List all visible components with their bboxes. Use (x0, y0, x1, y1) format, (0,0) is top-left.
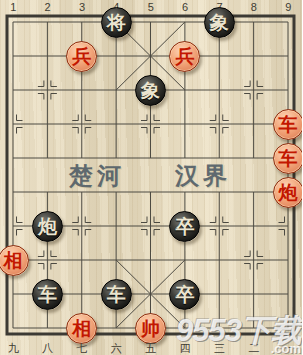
piece-red-elephant[interactable]: 相 (0, 245, 29, 276)
piece-red-elephant[interactable]: 相 (66, 313, 97, 344)
piece-red-chariot[interactable]: 车 (273, 143, 303, 174)
piece-red-soldier[interactable]: 兵 (169, 41, 200, 72)
piece-black-chariot[interactable]: 车 (101, 279, 132, 310)
piece-red-soldier[interactable]: 兵 (66, 41, 97, 72)
river-label-chu: 楚河 (58, 161, 136, 191)
file-label: 八 (30, 341, 64, 355)
piece-red-chariot[interactable]: 车 (273, 109, 303, 140)
piece-black-chariot[interactable]: 车 (32, 279, 63, 310)
file-label: 一 (271, 341, 302, 355)
piece-red-cannon[interactable]: 炮 (273, 177, 303, 208)
file-label: 六 (99, 341, 133, 355)
piece-black-elephant[interactable]: 象 (204, 7, 235, 38)
piece-black-soldier[interactable]: 卒 (169, 211, 200, 242)
piece-black-cannon[interactable]: 炮 (32, 211, 63, 242)
piece-black-soldier[interactable]: 卒 (169, 279, 200, 310)
file-label: 三 (202, 341, 236, 355)
file-label: 九 (0, 341, 30, 355)
piece-black-general[interactable]: 将 (101, 7, 132, 38)
file-label: 四 (168, 341, 202, 355)
river-label-han: 汉界 (164, 161, 242, 191)
xiangqi-app-screen: 123456789 楚河 汉界 将象象炮卒车车卒兵兵车车炮相相帅 九八七六五四三… (0, 0, 302, 355)
bottom-file-labels: 九八七六五四三二一 (0, 341, 302, 355)
piece-black-elephant[interactable]: 象 (135, 75, 166, 106)
file-label: 二 (237, 341, 271, 355)
file-label: 五 (134, 341, 168, 355)
file-label: 七 (65, 341, 99, 355)
piece-red-general[interactable]: 帅 (135, 313, 166, 344)
